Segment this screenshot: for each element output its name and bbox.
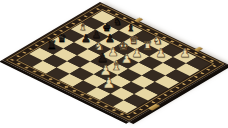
chess-board (2, 2, 227, 122)
board-squares (19, 11, 211, 113)
brass-hinge (134, 18, 143, 23)
chess-set-photo: ♝♜♛♟♟♚♞♞♟♝♟♟♚♛♟♝♟♟♜♞♟♟♟ (0, 0, 228, 128)
brass-hinge (194, 47, 203, 52)
